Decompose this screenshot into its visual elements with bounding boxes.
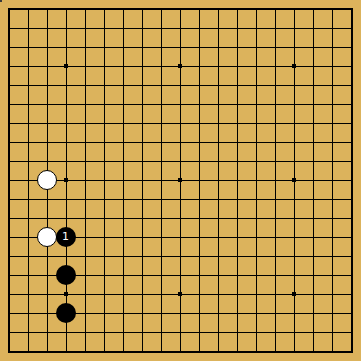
corner-mark xyxy=(0,0,2,2)
white-stone xyxy=(37,170,57,190)
black-stone xyxy=(56,303,76,323)
black-stone xyxy=(56,265,76,285)
black-stone: 1 xyxy=(56,227,76,247)
move-number-label: 1 xyxy=(62,231,69,242)
star-point xyxy=(178,292,182,296)
star-point xyxy=(178,178,182,182)
star-point xyxy=(64,64,68,68)
star-point xyxy=(178,64,182,68)
star-point xyxy=(292,178,296,182)
star-point xyxy=(292,64,296,68)
star-point xyxy=(292,292,296,296)
star-point xyxy=(64,178,68,182)
star-point xyxy=(64,292,68,296)
board-grid[interactable]: 1 xyxy=(0,0,361,361)
white-stone xyxy=(37,227,57,247)
go-board[interactable]: 1 xyxy=(0,0,361,361)
